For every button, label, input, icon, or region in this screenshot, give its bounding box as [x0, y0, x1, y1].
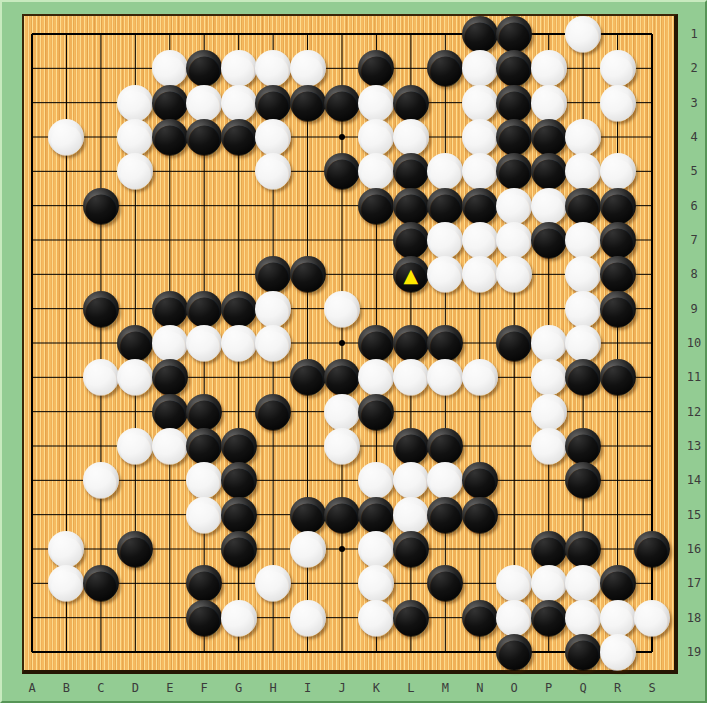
row-label: 13 [681, 439, 707, 453]
white-stone: ● [152, 428, 188, 464]
white-stone: ● [358, 600, 394, 636]
black-stone: ● [186, 119, 222, 155]
white-stone: ● [290, 531, 326, 567]
row-label: 16 [681, 542, 707, 556]
column-label: H [263, 681, 283, 695]
black-stone: ● [324, 153, 360, 189]
row-label: 12 [681, 405, 707, 419]
column-label: R [608, 681, 628, 695]
black-stone: ● [221, 531, 257, 567]
column-label: M [435, 681, 455, 695]
black-stone: ● [600, 291, 636, 327]
black-stone: ● [393, 600, 429, 636]
white-stone: ● [83, 359, 119, 395]
black-stone: ● [358, 188, 394, 224]
white-stone: ● [255, 325, 291, 361]
black-stone: ● [117, 531, 153, 567]
black-stone: ● [427, 50, 463, 86]
black-stone: ● [634, 531, 670, 567]
row-label: 8 [681, 267, 707, 281]
black-stone: ● [565, 634, 601, 670]
row-label: 7 [681, 233, 707, 247]
black-stone: ● [324, 85, 360, 121]
column-label: G [229, 681, 249, 695]
black-stone: ● [600, 359, 636, 395]
black-stone: ● [324, 497, 360, 533]
black-stone: ● [83, 188, 119, 224]
white-stone: ● [117, 359, 153, 395]
black-stone: ● [496, 325, 532, 361]
column-label: E [160, 681, 180, 695]
column-label: B [56, 681, 76, 695]
row-label: 14 [681, 473, 707, 487]
row-label: 19 [681, 645, 707, 659]
row-label: 6 [681, 199, 707, 213]
white-stone: ● [186, 497, 222, 533]
last-move-triangle-marker: ▲ [401, 266, 421, 284]
row-label: 5 [681, 164, 707, 178]
black-stone: ● [531, 600, 567, 636]
column-label: O [504, 681, 524, 695]
row-label: 1 [681, 27, 707, 41]
column-label: C [91, 681, 111, 695]
white-stone: ● [634, 600, 670, 636]
black-stone: ● [427, 497, 463, 533]
row-label: 18 [681, 611, 707, 625]
white-stone: ● [221, 325, 257, 361]
black-stone: ● [83, 291, 119, 327]
white-stone: ● [117, 153, 153, 189]
row-label: 3 [681, 96, 707, 110]
black-stone: ● [531, 222, 567, 258]
column-label: K [366, 681, 386, 695]
white-stone: ● [600, 634, 636, 670]
white-stone: ● [427, 359, 463, 395]
white-stone: ● [117, 428, 153, 464]
white-stone: ● [565, 16, 601, 52]
black-stone: ● [565, 359, 601, 395]
black-stone: ● [496, 634, 532, 670]
black-stone: ● [255, 394, 291, 430]
black-stone: ● [290, 256, 326, 292]
black-stone: ● [565, 462, 601, 498]
black-stone: ● [83, 565, 119, 601]
black-stone: ● [152, 119, 188, 155]
black-stone: ● [462, 600, 498, 636]
white-stone: ● [427, 256, 463, 292]
white-stone: ● [462, 359, 498, 395]
row-label: 11 [681, 370, 707, 384]
row-label: 2 [681, 61, 707, 75]
white-stone: ● [531, 428, 567, 464]
column-label: F [194, 681, 214, 695]
white-stone: ● [255, 153, 291, 189]
column-label: Q [573, 681, 593, 695]
black-stone: ● [427, 565, 463, 601]
black-stone: ● [462, 497, 498, 533]
white-stone: ● [255, 565, 291, 601]
column-label: N [470, 681, 490, 695]
white-stone: ● [600, 85, 636, 121]
white-stone: ● [48, 119, 84, 155]
row-label: 17 [681, 576, 707, 590]
white-stone: ● [393, 359, 429, 395]
white-stone: ● [324, 428, 360, 464]
column-label: A [22, 681, 42, 695]
black-stone: ● [290, 359, 326, 395]
row-label: 15 [681, 508, 707, 522]
row-label: 10 [681, 336, 707, 350]
white-stone: ● [496, 256, 532, 292]
column-label: P [539, 681, 559, 695]
black-stone: ● [186, 600, 222, 636]
row-label: 9 [681, 302, 707, 316]
black-stone: ● [221, 119, 257, 155]
column-label: D [125, 681, 145, 695]
column-label: I [298, 681, 318, 695]
white-stone: ● [290, 600, 326, 636]
white-stone: ● [83, 462, 119, 498]
white-stone: ● [324, 291, 360, 327]
black-stone: ● [290, 85, 326, 121]
black-stone: ● [393, 531, 429, 567]
white-stone: ● [221, 600, 257, 636]
black-stone: ● [358, 394, 394, 430]
white-stone: ● [186, 325, 222, 361]
column-label: L [401, 681, 421, 695]
row-label: 4 [681, 130, 707, 144]
go-client-window: ●●●●●●●●●●●●●●●●●●●●●●●●●●●●●●●●●●●●●●●●… [0, 0, 707, 703]
white-stone: ● [48, 565, 84, 601]
column-label: J [332, 681, 352, 695]
column-label: S [642, 681, 662, 695]
white-stone: ● [462, 256, 498, 292]
